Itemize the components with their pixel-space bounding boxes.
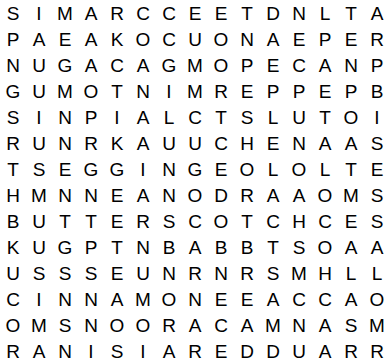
grid-cell-r14c5[interactable]: S: [104, 338, 130, 364]
grid-cell-r10c13[interactable]: O: [312, 234, 338, 260]
grid-cell-r5c5[interactable]: I: [104, 104, 130, 130]
grid-cell-r9c6[interactable]: R: [130, 208, 156, 234]
grid-cell-r1c5[interactable]: R: [104, 0, 130, 26]
grid-cell-r3c8[interactable]: M: [182, 52, 208, 78]
grid-cell-r8c12[interactable]: A: [286, 182, 312, 208]
grid-cell-r14c6[interactable]: I: [130, 338, 156, 364]
grid-cell-r6c9[interactable]: C: [208, 130, 234, 156]
grid-cell-r12c4[interactable]: N: [78, 286, 104, 312]
grid-cell-r11c10[interactable]: R: [234, 260, 260, 286]
grid-cell-r10c8[interactable]: A: [182, 234, 208, 260]
grid-cell-r12c11[interactable]: A: [260, 286, 286, 312]
grid-cell-r4c5[interactable]: T: [104, 78, 130, 104]
grid-cell-r10c3[interactable]: G: [52, 234, 78, 260]
grid-cell-r2c5[interactable]: K: [104, 26, 130, 52]
grid-cell-r6c6[interactable]: A: [130, 130, 156, 156]
grid-cell-r13c5[interactable]: O: [104, 312, 130, 338]
grid-cell-r10c4[interactable]: P: [78, 234, 104, 260]
grid-cell-r12c15[interactable]: O: [364, 286, 390, 312]
grid-cell-r14c8[interactable]: R: [182, 338, 208, 364]
grid-cell-r13c1[interactable]: O: [0, 312, 26, 338]
grid-cell-r7c14[interactable]: T: [338, 156, 364, 182]
grid-cell-r2c12[interactable]: E: [286, 26, 312, 52]
grid-cell-r1c8[interactable]: E: [182, 0, 208, 26]
grid-cell-r12c1[interactable]: C: [0, 286, 26, 312]
grid-cell-r12c9[interactable]: E: [208, 286, 234, 312]
grid-cell-r5c10[interactable]: S: [234, 104, 260, 130]
grid-cell-r2c2[interactable]: A: [26, 26, 52, 52]
grid-cell-r13c13[interactable]: A: [312, 312, 338, 338]
grid-cell-r2c10[interactable]: N: [234, 26, 260, 52]
grid-cell-r1c3[interactable]: M: [52, 0, 78, 26]
word-search-grid: SIMARCCEETDNLTAPAEAKOCUONAEPERNUGACAGMOP…: [0, 0, 390, 364]
grid-cell-r9c12[interactable]: H: [286, 208, 312, 234]
grid-cell-r2c15[interactable]: R: [364, 26, 390, 52]
grid-cell-r4c15[interactable]: B: [364, 78, 390, 104]
grid-cell-r7c3[interactable]: E: [52, 156, 78, 182]
grid-cell-r11c4[interactable]: S: [78, 260, 104, 286]
grid-cell-r9c15[interactable]: S: [364, 208, 390, 234]
grid-cell-r9c8[interactable]: C: [182, 208, 208, 234]
grid-cell-r4c13[interactable]: E: [312, 78, 338, 104]
grid-cell-r10c7[interactable]: B: [156, 234, 182, 260]
grid-cell-r9c14[interactable]: E: [338, 208, 364, 234]
grid-cell-r7c15[interactable]: E: [364, 156, 390, 182]
grid-cell-r5c8[interactable]: C: [182, 104, 208, 130]
grid-cell-r8c4[interactable]: N: [78, 182, 104, 208]
grid-cell-r4c4[interactable]: O: [78, 78, 104, 104]
grid-cell-r6c4[interactable]: R: [78, 130, 104, 156]
grid-cell-r8c6[interactable]: A: [130, 182, 156, 208]
grid-cell-r4c7[interactable]: I: [156, 78, 182, 104]
grid-cell-r3c4[interactable]: A: [78, 52, 104, 78]
grid-cell-r12c5[interactable]: A: [104, 286, 130, 312]
grid-cell-r8c14[interactable]: M: [338, 182, 364, 208]
grid-cell-r1c4[interactable]: A: [78, 0, 104, 26]
grid-cell-r2c6[interactable]: O: [130, 26, 156, 52]
grid-cell-r13c3[interactable]: S: [52, 312, 78, 338]
grid-cell-r7c4[interactable]: G: [78, 156, 104, 182]
grid-cell-r6c8[interactable]: U: [182, 130, 208, 156]
grid-cell-r1c9[interactable]: E: [208, 0, 234, 26]
grid-cell-r3c15[interactable]: P: [364, 52, 390, 78]
grid-cell-r14c7[interactable]: A: [156, 338, 182, 364]
grid-cell-r3c9[interactable]: O: [208, 52, 234, 78]
grid-cell-r6c3[interactable]: N: [52, 130, 78, 156]
grid-cell-r4c12[interactable]: P: [286, 78, 312, 104]
grid-cell-r6c2[interactable]: U: [26, 130, 52, 156]
grid-cell-r5c9[interactable]: T: [208, 104, 234, 130]
grid-cell-r11c3[interactable]: S: [52, 260, 78, 286]
grid-cell-r10c6[interactable]: N: [130, 234, 156, 260]
grid-cell-r12c10[interactable]: E: [234, 286, 260, 312]
grid-cell-r2c4[interactable]: A: [78, 26, 104, 52]
grid-cell-r11c15[interactable]: L: [364, 260, 390, 286]
grid-cell-r11c5[interactable]: E: [104, 260, 130, 286]
grid-cell-r13c11[interactable]: M: [260, 312, 286, 338]
grid-cell-r9c7[interactable]: S: [156, 208, 182, 234]
grid-cell-r4c10[interactable]: E: [234, 78, 260, 104]
grid-cell-r7c2[interactable]: S: [26, 156, 52, 182]
grid-cell-r1c11[interactable]: D: [260, 0, 286, 26]
grid-cell-r1c6[interactable]: C: [130, 0, 156, 26]
grid-cell-r9c9[interactable]: O: [208, 208, 234, 234]
grid-cell-r12c13[interactable]: C: [312, 286, 338, 312]
grid-cell-r1c13[interactable]: L: [312, 0, 338, 26]
grid-cell-r12c8[interactable]: N: [182, 286, 208, 312]
grid-cell-r6c11[interactable]: E: [260, 130, 286, 156]
grid-cell-r7c1[interactable]: T: [0, 156, 26, 182]
grid-cell-r8c10[interactable]: R: [234, 182, 260, 208]
grid-cell-r3c14[interactable]: N: [338, 52, 364, 78]
grid-cell-r4c6[interactable]: N: [130, 78, 156, 104]
grid-cell-r5c2[interactable]: I: [26, 104, 52, 130]
grid-cell-r10c12[interactable]: S: [286, 234, 312, 260]
grid-cell-r8c8[interactable]: O: [182, 182, 208, 208]
grid-cell-r1c12[interactable]: N: [286, 0, 312, 26]
grid-cell-r5c3[interactable]: N: [52, 104, 78, 130]
grid-cell-r5c12[interactable]: U: [286, 104, 312, 130]
grid-cell-r14c14[interactable]: R: [338, 338, 364, 364]
grid-cell-r13c9[interactable]: C: [208, 312, 234, 338]
grid-cell-r4c9[interactable]: R: [208, 78, 234, 104]
grid-cell-r9c2[interactable]: U: [26, 208, 52, 234]
grid-cell-r13c7[interactable]: R: [156, 312, 182, 338]
grid-cell-r14c10[interactable]: D: [234, 338, 260, 364]
grid-cell-r14c3[interactable]: N: [52, 338, 78, 364]
grid-cell-r6c13[interactable]: A: [312, 130, 338, 156]
grid-cell-r3c7[interactable]: G: [156, 52, 182, 78]
grid-cell-r3c13[interactable]: A: [312, 52, 338, 78]
grid-cell-r8c7[interactable]: N: [156, 182, 182, 208]
grid-cell-r2c3[interactable]: E: [52, 26, 78, 52]
grid-cell-r7c9[interactable]: E: [208, 156, 234, 182]
grid-cell-r13c6[interactable]: O: [130, 312, 156, 338]
grid-cell-r4c2[interactable]: U: [26, 78, 52, 104]
grid-cell-r6c10[interactable]: H: [234, 130, 260, 156]
grid-cell-r9c13[interactable]: C: [312, 208, 338, 234]
grid-cell-r7c12[interactable]: O: [286, 156, 312, 182]
grid-cell-r2c1[interactable]: P: [0, 26, 26, 52]
grid-cell-r13c12[interactable]: N: [286, 312, 312, 338]
grid-cell-r8c9[interactable]: D: [208, 182, 234, 208]
grid-cell-r6c1[interactable]: R: [0, 130, 26, 156]
grid-cell-r1c2[interactable]: I: [26, 0, 52, 26]
grid-cell-r9c10[interactable]: T: [234, 208, 260, 234]
grid-cell-r7c8[interactable]: G: [182, 156, 208, 182]
grid-cell-r5c14[interactable]: O: [338, 104, 364, 130]
grid-cell-r11c8[interactable]: R: [182, 260, 208, 286]
grid-cell-r6c14[interactable]: A: [338, 130, 364, 156]
grid-cell-r3c5[interactable]: C: [104, 52, 130, 78]
grid-cell-r1c1[interactable]: S: [0, 0, 26, 26]
grid-cell-r11c13[interactable]: H: [312, 260, 338, 286]
grid-cell-r8c5[interactable]: E: [104, 182, 130, 208]
grid-cell-r3c12[interactable]: C: [286, 52, 312, 78]
grid-cell-r13c8[interactable]: A: [182, 312, 208, 338]
grid-cell-r7c13[interactable]: L: [312, 156, 338, 182]
grid-cell-r5c15[interactable]: I: [364, 104, 390, 130]
grid-cell-r1c7[interactable]: C: [156, 0, 182, 26]
grid-cell-r10c2[interactable]: U: [26, 234, 52, 260]
grid-cell-r9c5[interactable]: E: [104, 208, 130, 234]
grid-cell-r13c10[interactable]: A: [234, 312, 260, 338]
grid-cell-r6c5[interactable]: K: [104, 130, 130, 156]
grid-cell-r4c1[interactable]: G: [0, 78, 26, 104]
grid-cell-r13c2[interactable]: M: [26, 312, 52, 338]
grid-cell-r12c7[interactable]: O: [156, 286, 182, 312]
grid-cell-r10c14[interactable]: A: [338, 234, 364, 260]
grid-cell-r7c11[interactable]: L: [260, 156, 286, 182]
grid-cell-r3c10[interactable]: P: [234, 52, 260, 78]
grid-cell-r14c15[interactable]: R: [364, 338, 390, 364]
grid-cell-r12c2[interactable]: I: [26, 286, 52, 312]
grid-cell-r11c2[interactable]: S: [26, 260, 52, 286]
grid-cell-r5c7[interactable]: L: [156, 104, 182, 130]
grid-cell-r13c4[interactable]: N: [78, 312, 104, 338]
grid-cell-r10c10[interactable]: B: [234, 234, 260, 260]
grid-cell-r6c7[interactable]: U: [156, 130, 182, 156]
grid-cell-r13c14[interactable]: S: [338, 312, 364, 338]
grid-cell-r12c6[interactable]: M: [130, 286, 156, 312]
grid-cell-r4c11[interactable]: P: [260, 78, 286, 104]
grid-cell-r8c13[interactable]: O: [312, 182, 338, 208]
grid-cell-r8c1[interactable]: H: [0, 182, 26, 208]
grid-cell-r11c11[interactable]: S: [260, 260, 286, 286]
grid-cell-r12c14[interactable]: A: [338, 286, 364, 312]
grid-cell-r10c15[interactable]: A: [364, 234, 390, 260]
grid-cell-r2c13[interactable]: P: [312, 26, 338, 52]
grid-cell-r2c14[interactable]: E: [338, 26, 364, 52]
grid-cell-r2c7[interactable]: C: [156, 26, 182, 52]
grid-cell-r14c2[interactable]: A: [26, 338, 52, 364]
grid-cell-r5c4[interactable]: P: [78, 104, 104, 130]
grid-cell-r14c1[interactable]: R: [0, 338, 26, 364]
grid-cell-r8c11[interactable]: A: [260, 182, 286, 208]
grid-cell-r14c9[interactable]: E: [208, 338, 234, 364]
grid-cell-r3c6[interactable]: A: [130, 52, 156, 78]
grid-cell-r12c12[interactable]: C: [286, 286, 312, 312]
grid-cell-r3c1[interactable]: N: [0, 52, 26, 78]
grid-cell-r11c1[interactable]: U: [0, 260, 26, 286]
grid-cell-r6c15[interactable]: S: [364, 130, 390, 156]
grid-cell-r7c10[interactable]: O: [234, 156, 260, 182]
grid-cell-r9c4[interactable]: T: [78, 208, 104, 234]
grid-cell-r13c15[interactable]: M: [364, 312, 390, 338]
grid-cell-r11c9[interactable]: N: [208, 260, 234, 286]
grid-cell-r9c1[interactable]: B: [0, 208, 26, 234]
grid-cell-r10c11[interactable]: T: [260, 234, 286, 260]
grid-cell-r12c3[interactable]: N: [52, 286, 78, 312]
grid-cell-r6c12[interactable]: N: [286, 130, 312, 156]
grid-cell-r5c11[interactable]: L: [260, 104, 286, 130]
grid-cell-r3c3[interactable]: G: [52, 52, 78, 78]
grid-cell-r8c15[interactable]: S: [364, 182, 390, 208]
grid-cell-r11c6[interactable]: U: [130, 260, 156, 286]
grid-cell-r1c10[interactable]: T: [234, 0, 260, 26]
grid-cell-r4c3[interactable]: M: [52, 78, 78, 104]
grid-cell-r1c14[interactable]: T: [338, 0, 364, 26]
grid-cell-r3c11[interactable]: E: [260, 52, 286, 78]
grid-cell-r4c8[interactable]: M: [182, 78, 208, 104]
grid-cell-r8c2[interactable]: M: [26, 182, 52, 208]
grid-cell-r14c12[interactable]: U: [286, 338, 312, 364]
grid-cell-r8c3[interactable]: N: [52, 182, 78, 208]
grid-cell-r10c1[interactable]: K: [0, 234, 26, 260]
grid-cell-r5c13[interactable]: T: [312, 104, 338, 130]
grid-cell-r11c14[interactable]: L: [338, 260, 364, 286]
grid-cell-r11c12[interactable]: M: [286, 260, 312, 286]
grid-cell-r10c5[interactable]: T: [104, 234, 130, 260]
grid-cell-r7c6[interactable]: I: [130, 156, 156, 182]
grid-cell-r14c4[interactable]: I: [78, 338, 104, 364]
grid-cell-r9c3[interactable]: T: [52, 208, 78, 234]
grid-cell-r7c5[interactable]: G: [104, 156, 130, 182]
grid-cell-r7c7[interactable]: N: [156, 156, 182, 182]
grid-cell-r2c8[interactable]: U: [182, 26, 208, 52]
grid-cell-r5c1[interactable]: S: [0, 104, 26, 130]
grid-cell-r5c6[interactable]: A: [130, 104, 156, 130]
grid-cell-r1c15[interactable]: A: [364, 0, 390, 26]
grid-cell-r9c11[interactable]: C: [260, 208, 286, 234]
grid-cell-r14c13[interactable]: A: [312, 338, 338, 364]
grid-cell-r10c9[interactable]: B: [208, 234, 234, 260]
grid-cell-r3c2[interactable]: U: [26, 52, 52, 78]
grid-cell-r2c11[interactable]: A: [260, 26, 286, 52]
grid-cell-r2c9[interactable]: O: [208, 26, 234, 52]
grid-cell-r11c7[interactable]: N: [156, 260, 182, 286]
grid-cell-r14c11[interactable]: D: [260, 338, 286, 364]
grid-cell-r4c14[interactable]: P: [338, 78, 364, 104]
